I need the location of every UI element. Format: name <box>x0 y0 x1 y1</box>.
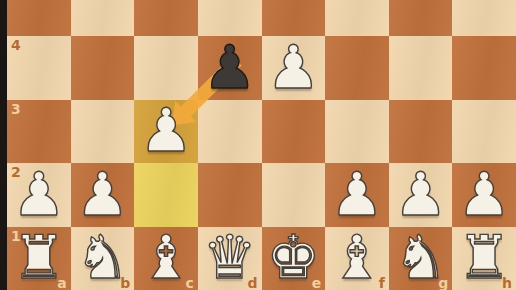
square-a4[interactable]: 4 <box>7 36 71 100</box>
square-f4[interactable] <box>325 36 389 100</box>
square-b4[interactable] <box>71 36 135 100</box>
square-a1[interactable]: 1a♜ <box>7 227 71 290</box>
square-c5[interactable] <box>134 0 198 36</box>
white-knight-g1[interactable]: ♞ <box>389 226 453 290</box>
square-e1[interactable]: e♚ <box>262 227 326 290</box>
square-a3[interactable]: 3 <box>7 100 71 164</box>
white-bishop-f1[interactable]: ♝ <box>325 226 389 290</box>
square-c4[interactable] <box>134 36 198 100</box>
square-b1[interactable]: b♞ <box>71 227 135 290</box>
white-pawn-e4[interactable]: ♟ <box>262 35 326 99</box>
square-d4[interactable]: ♟ <box>198 36 262 100</box>
board-viewport: 4♟♟3♟2♟♟♟♟♟1a♜b♞c♝d♛e♚f♝g♞h♜ <box>0 0 516 290</box>
square-a5[interactable] <box>7 0 71 36</box>
white-knight-b1[interactable]: ♞ <box>71 226 135 290</box>
square-f5[interactable] <box>325 0 389 36</box>
black-pawn-d4[interactable]: ♟ <box>198 35 262 99</box>
white-pawn-c3[interactable]: ♟ <box>134 99 198 163</box>
square-d5[interactable] <box>198 0 262 36</box>
square-c3[interactable]: ♟ <box>134 100 198 164</box>
white-pawn-h2[interactable]: ♟ <box>452 162 516 226</box>
square-a2[interactable]: 2♟ <box>7 163 71 227</box>
square-e2[interactable] <box>262 163 326 227</box>
square-g3[interactable] <box>389 100 453 164</box>
square-f1[interactable]: f♝ <box>325 227 389 290</box>
square-c2[interactable] <box>134 163 198 227</box>
square-e4[interactable]: ♟ <box>262 36 326 100</box>
square-e5[interactable] <box>262 0 326 36</box>
square-g4[interactable] <box>389 36 453 100</box>
square-d2[interactable] <box>198 163 262 227</box>
square-h4[interactable] <box>452 36 516 100</box>
square-d3[interactable] <box>198 100 262 164</box>
square-h5[interactable] <box>452 0 516 36</box>
square-e3[interactable] <box>262 100 326 164</box>
white-bishop-c1[interactable]: ♝ <box>134 226 198 290</box>
white-rook-a1[interactable]: ♜ <box>7 226 71 290</box>
white-rook-h1[interactable]: ♜ <box>452 226 516 290</box>
rank-label-4: 4 <box>11 37 21 53</box>
white-pawn-f2[interactable]: ♟ <box>325 162 389 226</box>
board-left-edge <box>0 0 7 290</box>
square-g5[interactable] <box>389 0 453 36</box>
square-g1[interactable]: g♞ <box>389 227 453 290</box>
square-h2[interactable]: ♟ <box>452 163 516 227</box>
white-king-e1[interactable]: ♚ <box>262 226 326 290</box>
white-pawn-a2[interactable]: ♟ <box>7 162 71 226</box>
square-b3[interactable] <box>71 100 135 164</box>
white-queen-d1[interactable]: ♛ <box>198 226 262 290</box>
square-b2[interactable]: ♟ <box>71 163 135 227</box>
square-c1[interactable]: c♝ <box>134 227 198 290</box>
white-pawn-g2[interactable]: ♟ <box>389 162 453 226</box>
white-pawn-b2[interactable]: ♟ <box>71 162 135 226</box>
square-b5[interactable] <box>71 0 135 36</box>
square-h3[interactable] <box>452 100 516 164</box>
rank-label-3: 3 <box>11 101 21 117</box>
chess-board[interactable]: 4♟♟3♟2♟♟♟♟♟1a♜b♞c♝d♛e♚f♝g♞h♜ <box>7 0 516 290</box>
square-d1[interactable]: d♛ <box>198 227 262 290</box>
square-h1[interactable]: h♜ <box>452 227 516 290</box>
square-f2[interactable]: ♟ <box>325 163 389 227</box>
square-f3[interactable] <box>325 100 389 164</box>
square-g2[interactable]: ♟ <box>389 163 453 227</box>
